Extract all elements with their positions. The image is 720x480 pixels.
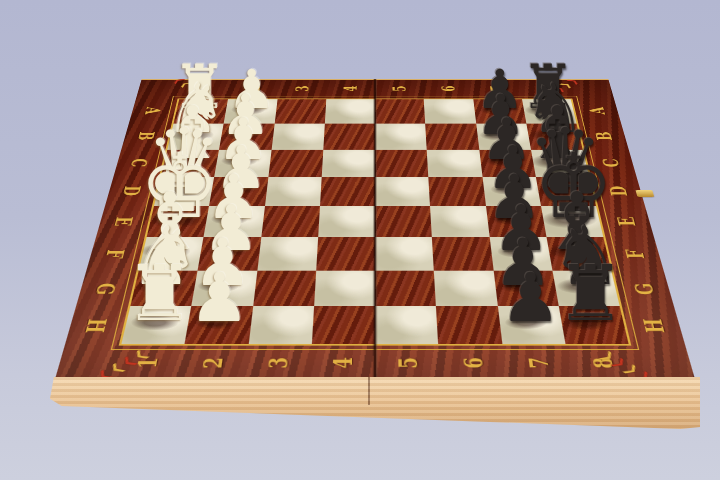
file-label-right-A: A (569, 100, 625, 121)
square-c2 (214, 149, 271, 176)
square-e1 (147, 206, 210, 237)
square-g4 (314, 270, 375, 306)
square-h5 (375, 306, 438, 344)
square-h4 (312, 306, 375, 344)
square-d5 (375, 177, 430, 206)
square-a1 (173, 99, 228, 123)
rank-label-far-6: 6 (427, 77, 470, 100)
square-g5 (375, 270, 436, 306)
square-f1 (139, 237, 204, 270)
rank-label-far-4: 4 (329, 77, 371, 100)
square-a4 (325, 99, 375, 123)
file-label-left-D: D (101, 179, 162, 204)
square-a7 (473, 99, 526, 123)
photo-scene: ABCDEFGH ABCDEFGH 12345678 12345678 ❯❯❯❯… (0, 0, 720, 480)
square-f7 (489, 237, 552, 270)
square-b1 (167, 124, 223, 150)
rank-label-far-7: 7 (475, 77, 520, 100)
rank-label-far-3: 3 (280, 77, 323, 100)
square-b3 (271, 124, 324, 150)
square-f2 (198, 237, 261, 270)
square-b7 (476, 124, 531, 150)
file-label-left-G: G (72, 274, 141, 304)
square-c6 (427, 149, 482, 176)
square-d3 (265, 177, 322, 206)
square-b8 (526, 124, 582, 150)
square-d7 (482, 177, 541, 206)
file-label-right-E: E (594, 208, 658, 234)
square-c8 (531, 149, 589, 176)
square-a3 (274, 99, 326, 123)
square-g2 (192, 270, 257, 306)
square-b4 (323, 124, 375, 150)
file-label-left-B: B (118, 125, 175, 147)
file-label-right-B: B (575, 125, 632, 147)
square-h7 (497, 306, 565, 344)
file-label-left-E: E (92, 208, 156, 234)
file-label-right-C: C (581, 151, 640, 174)
fold-seam (373, 79, 378, 381)
square-e7 (486, 206, 547, 237)
square-e4 (318, 206, 375, 237)
file-label-left-C: C (110, 151, 169, 174)
square-d1 (154, 177, 214, 206)
square-e6 (430, 206, 489, 237)
square-h3 (248, 306, 314, 344)
square-d4 (320, 177, 375, 206)
square-b5 (375, 124, 427, 150)
square-a5 (375, 99, 425, 123)
square-c5 (375, 149, 429, 176)
square-g7 (493, 270, 558, 306)
file-label-left-F: F (82, 240, 148, 268)
square-g1 (130, 270, 197, 306)
front-edge-seam (368, 377, 370, 405)
brass-clasp-icon (635, 190, 654, 197)
square-b6 (425, 124, 478, 150)
square-c3 (268, 149, 323, 176)
file-label-right-H: H (618, 310, 690, 343)
square-f4 (316, 237, 375, 270)
file-label-right-F: F (602, 240, 668, 268)
square-f5 (375, 237, 434, 270)
square-h6 (436, 306, 502, 344)
board-front-edge (50, 377, 700, 429)
square-a2 (224, 99, 277, 123)
board-plane: ABCDEFGH ABCDEFGH 12345678 12345678 ❯❯❯❯… (55, 79, 696, 381)
file-label-right-G: G (609, 274, 678, 304)
square-h1 (121, 306, 191, 344)
rank-label-far-2: 2 (231, 77, 276, 100)
square-g6 (434, 270, 497, 306)
square-h2 (185, 306, 253, 344)
rank-label-far-5: 5 (379, 77, 421, 100)
square-c4 (321, 149, 375, 176)
square-c7 (479, 149, 536, 176)
square-b2 (219, 124, 274, 150)
square-e5 (375, 206, 432, 237)
file-label-left-H: H (61, 310, 133, 343)
square-g3 (253, 270, 316, 306)
square-d2 (209, 177, 268, 206)
file-label-left-A: A (126, 100, 182, 121)
square-f3 (257, 237, 318, 270)
square-c1 (161, 149, 219, 176)
square-a8 (522, 99, 577, 123)
square-e3 (261, 206, 320, 237)
square-e2 (204, 206, 265, 237)
square-f6 (432, 237, 493, 270)
square-a6 (424, 99, 476, 123)
square-d6 (429, 177, 486, 206)
